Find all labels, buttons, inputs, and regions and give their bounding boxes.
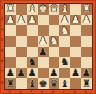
square-b4[interactable] — [70, 36, 81, 47]
square-g5[interactable] — [16, 47, 27, 58]
square-f7[interactable]: ♟ — [27, 68, 38, 79]
piece-white-N[interactable]: ♞ — [60, 25, 69, 35]
square-e7[interactable] — [38, 68, 49, 79]
square-f5[interactable] — [27, 47, 38, 58]
square-d1[interactable]: ♛ — [49, 4, 60, 15]
square-f4[interactable] — [27, 36, 38, 47]
square-g3[interactable] — [16, 25, 27, 36]
square-g7[interactable]: ♟ — [16, 68, 27, 79]
square-e4[interactable]: ♟ — [38, 36, 49, 47]
square-g2[interactable]: ♟ — [16, 15, 27, 26]
piece-black-P[interactable]: ♟ — [71, 68, 80, 78]
square-f6[interactable]: ♞ — [27, 57, 38, 68]
square-h7[interactable]: ♟ — [5, 68, 16, 79]
square-b7[interactable]: ♟ — [70, 68, 81, 79]
square-a6[interactable] — [81, 57, 92, 68]
piece-white-P[interactable]: ♟ — [6, 15, 15, 25]
piece-white-R[interactable]: ♜ — [6, 4, 15, 14]
square-e1[interactable]: ♚ — [38, 4, 49, 15]
square-d8[interactable]: ♛ — [49, 78, 60, 89]
square-e2[interactable] — [38, 15, 49, 26]
square-f2[interactable]: ♟ — [27, 15, 38, 26]
square-b3[interactable] — [70, 25, 81, 36]
square-d6[interactable] — [49, 57, 60, 68]
piece-black-N[interactable]: ♞ — [28, 57, 37, 67]
square-e5[interactable]: ♟ — [38, 47, 49, 58]
piece-black-P[interactable]: ♟ — [6, 68, 15, 78]
square-b2[interactable]: ♟ — [70, 15, 81, 26]
square-g8[interactable] — [16, 78, 27, 89]
piece-black-P[interactable]: ♟ — [28, 68, 37, 78]
square-b1[interactable] — [70, 4, 81, 15]
piece-black-P[interactable]: ♟ — [82, 68, 91, 78]
square-b6[interactable] — [70, 57, 81, 68]
square-c1[interactable]: ♝ — [59, 4, 70, 15]
square-f8[interactable]: ♝ — [27, 78, 38, 89]
square-g1[interactable] — [16, 4, 27, 15]
piece-black-P[interactable]: ♟ — [17, 68, 26, 78]
square-a3[interactable] — [81, 25, 92, 36]
square-d4[interactable]: ♞ — [49, 36, 60, 47]
square-a5[interactable] — [81, 47, 92, 58]
piece-white-B[interactable]: ♝ — [60, 4, 69, 14]
square-a2[interactable]: ♟ — [81, 15, 92, 26]
square-c8[interactable]: ♝ — [59, 78, 70, 89]
square-c7[interactable] — [59, 68, 70, 79]
square-d7[interactable]: ♟ — [49, 68, 60, 79]
square-c2[interactable]: ♟ — [59, 15, 70, 26]
square-g4[interactable] — [16, 36, 27, 47]
square-d5[interactable] — [49, 47, 60, 58]
board-frame: 12345678 hgfedcba ♜♝♚♛♝♜♟♟♟♟♟♟♞♟♞♟♞♞♟♟♟♟… — [0, 0, 96, 94]
piece-white-R[interactable]: ♜ — [82, 4, 91, 14]
square-c3[interactable]: ♞ — [59, 25, 70, 36]
square-h4[interactable] — [5, 36, 16, 47]
piece-black-P[interactable]: ♟ — [49, 68, 58, 78]
square-c6[interactable]: ♞ — [59, 57, 70, 68]
piece-black-Q[interactable]: ♛ — [49, 78, 58, 88]
square-g6[interactable] — [16, 57, 27, 68]
square-f1[interactable]: ♝ — [27, 4, 38, 15]
piece-white-P[interactable]: ♟ — [82, 15, 91, 25]
square-h2[interactable]: ♟ — [5, 15, 16, 26]
piece-black-N[interactable]: ♞ — [60, 57, 69, 67]
square-a1[interactable]: ♜ — [81, 4, 92, 15]
piece-white-P[interactable]: ♟ — [60, 15, 69, 25]
chess-board[interactable]: ♜♝♚♛♝♜♟♟♟♟♟♟♞♟♞♟♞♞♟♟♟♟♟♟♜♝♚♛♝♜ — [4, 3, 93, 90]
piece-black-K[interactable]: ♚ — [39, 78, 48, 88]
square-c5[interactable] — [59, 47, 70, 58]
square-h3[interactable] — [5, 25, 16, 36]
piece-white-P[interactable]: ♟ — [17, 15, 26, 25]
square-a4[interactable] — [81, 36, 92, 47]
piece-black-B[interactable]: ♝ — [28, 78, 37, 88]
piece-white-P[interactable]: ♟ — [28, 15, 37, 25]
piece-white-B[interactable]: ♝ — [28, 4, 37, 14]
square-e8[interactable]: ♚ — [38, 78, 49, 89]
piece-white-N[interactable]: ♞ — [49, 36, 58, 46]
piece-black-R[interactable]: ♜ — [82, 78, 91, 88]
square-a8[interactable]: ♜ — [81, 78, 92, 89]
piece-black-B[interactable]: ♝ — [60, 78, 69, 88]
piece-white-K[interactable]: ♚ — [39, 4, 48, 14]
piece-white-Q[interactable]: ♛ — [49, 4, 58, 14]
square-c4[interactable] — [59, 36, 70, 47]
square-h1[interactable]: ♜ — [5, 4, 16, 15]
piece-white-P[interactable]: ♟ — [71, 15, 80, 25]
square-h5[interactable] — [5, 47, 16, 58]
square-b5[interactable] — [70, 47, 81, 58]
square-b8[interactable] — [70, 78, 81, 89]
square-a7[interactable]: ♟ — [81, 68, 92, 79]
square-e6[interactable] — [38, 57, 49, 68]
square-e3[interactable] — [38, 25, 49, 36]
piece-white-P[interactable]: ♟ — [39, 36, 48, 46]
square-d2[interactable] — [49, 15, 60, 26]
square-d3[interactable] — [49, 25, 60, 36]
square-h6[interactable] — [5, 57, 16, 68]
piece-black-R[interactable]: ♜ — [6, 78, 15, 88]
square-f3[interactable] — [27, 25, 38, 36]
piece-black-P[interactable]: ♟ — [39, 47, 48, 57]
square-h8[interactable]: ♜ — [5, 78, 16, 89]
